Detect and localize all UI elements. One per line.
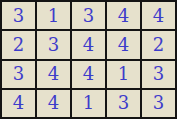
grid-cell-r1c2[interactable]: 1 — [37, 2, 70, 29]
grid-cell-r1c3[interactable]: 3 — [72, 2, 105, 29]
grid-cell-r2c1[interactable]: 2 — [2, 31, 35, 58]
grid-cell-r1c5[interactable]: 4 — [142, 2, 175, 29]
grid-cell-r3c5[interactable]: 3 — [142, 61, 175, 88]
grid-cell-r3c4[interactable]: 1 — [107, 61, 140, 88]
grid-cell-r3c3[interactable]: 4 — [72, 61, 105, 88]
grid-cell-r2c2[interactable]: 3 — [37, 31, 70, 58]
grid-cell-r3c1[interactable]: 3 — [2, 61, 35, 88]
grid-cell-r4c1[interactable]: 4 — [2, 90, 35, 117]
grid-cell-r1c4[interactable]: 4 — [107, 2, 140, 29]
grid-cell-r4c5[interactable]: 3 — [142, 90, 175, 117]
grid-cell-r2c3[interactable]: 4 — [72, 31, 105, 58]
grid-cell-r2c5[interactable]: 2 — [142, 31, 175, 58]
grid-cell-r3c2[interactable]: 4 — [37, 61, 70, 88]
grid-cell-r4c4[interactable]: 3 — [107, 90, 140, 117]
grid-cell-r4c2[interactable]: 4 — [37, 90, 70, 117]
puzzle-grid: 31344234423441344133 — [0, 0, 177, 119]
grid-cell-r1c1[interactable]: 3 — [2, 2, 35, 29]
grid-cell-r2c4[interactable]: 4 — [107, 31, 140, 58]
grid-cell-r4c3[interactable]: 1 — [72, 90, 105, 117]
